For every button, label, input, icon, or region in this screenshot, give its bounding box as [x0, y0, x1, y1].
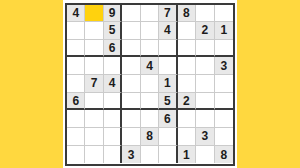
cell-r5c3[interactable]: 4	[104, 75, 122, 93]
cell-r1c8[interactable]	[196, 5, 214, 23]
cell-r6c9[interactable]	[215, 93, 233, 111]
cell-r5c1[interactable]	[67, 75, 85, 93]
cell-r9c2[interactable]	[85, 146, 103, 164]
cell-r5c8[interactable]	[196, 75, 214, 93]
cell-r3c2[interactable]	[85, 40, 103, 58]
cell-r7c5[interactable]	[141, 110, 159, 128]
cell-r6c4[interactable]	[122, 93, 140, 111]
cell-r9c6[interactable]	[159, 146, 177, 164]
cell-r1c4[interactable]	[122, 5, 140, 23]
cell-r1c6[interactable]: 7	[159, 5, 177, 23]
cell-r8c8[interactable]: 3	[196, 128, 214, 146]
cell-r2c8[interactable]: 2	[196, 22, 214, 40]
cell-r2c6[interactable]: 4	[159, 22, 177, 40]
cell-r9c4[interactable]: 3	[122, 146, 140, 164]
cell-r6c1[interactable]: 6	[67, 93, 85, 111]
cell-r9c7[interactable]: 1	[178, 146, 196, 164]
cell-r1c1[interactable]: 4	[67, 5, 85, 23]
cell-r2c9[interactable]: 1	[215, 22, 233, 40]
cell-r4c5[interactable]: 4	[141, 57, 159, 75]
cell-r6c5[interactable]	[141, 93, 159, 111]
cell-r6c7[interactable]: 2	[178, 93, 196, 111]
cell-r7c1[interactable]	[67, 110, 85, 128]
cell-r4c3[interactable]	[104, 57, 122, 75]
sudoku-board: 49785421643741652683318	[65, 3, 235, 166]
cell-r3c5[interactable]	[141, 40, 159, 58]
cell-r4c2[interactable]	[85, 57, 103, 75]
cell-r7c3[interactable]	[104, 110, 122, 128]
cell-r8c9[interactable]	[215, 128, 233, 146]
cell-r7c9[interactable]	[215, 110, 233, 128]
cell-r1c7[interactable]: 8	[178, 5, 196, 23]
cell-r7c8[interactable]	[196, 110, 214, 128]
cell-r6c2[interactable]	[85, 93, 103, 111]
cell-r6c8[interactable]	[196, 93, 214, 111]
app-background: 49785421643741652683318	[0, 0, 300, 168]
cell-r2c2[interactable]	[85, 22, 103, 40]
cell-r5c4[interactable]	[122, 75, 140, 93]
board-panel: 49785421643741652683318	[63, 0, 237, 168]
cell-r6c6[interactable]: 5	[159, 93, 177, 111]
cell-r2c3[interactable]: 5	[104, 22, 122, 40]
cell-r9c3[interactable]	[104, 146, 122, 164]
cell-r5c6[interactable]: 1	[159, 75, 177, 93]
cell-r8c6[interactable]	[159, 128, 177, 146]
cell-r4c8[interactable]	[196, 57, 214, 75]
cell-r1c5[interactable]	[141, 5, 159, 23]
cell-r9c5[interactable]	[141, 146, 159, 164]
cell-r2c1[interactable]	[67, 22, 85, 40]
cell-r1c3[interactable]: 9	[104, 5, 122, 23]
cell-r4c6[interactable]	[159, 57, 177, 75]
cell-r4c7[interactable]	[178, 57, 196, 75]
cell-r7c2[interactable]	[85, 110, 103, 128]
cell-r1c9[interactable]	[215, 5, 233, 23]
cell-r6c3[interactable]	[104, 93, 122, 111]
cell-r3c9[interactable]	[215, 40, 233, 58]
cell-r4c1[interactable]	[67, 57, 85, 75]
cell-r8c3[interactable]	[104, 128, 122, 146]
cell-r7c4[interactable]	[122, 110, 140, 128]
cell-r3c8[interactable]	[196, 40, 214, 58]
cell-r5c2[interactable]: 7	[85, 75, 103, 93]
cell-r3c4[interactable]	[122, 40, 140, 58]
cell-r4c4[interactable]	[122, 57, 140, 75]
cell-r1c2[interactable]	[85, 5, 103, 23]
cell-r5c9[interactable]	[215, 75, 233, 93]
cell-r2c7[interactable]	[178, 22, 196, 40]
cell-r5c5[interactable]	[141, 75, 159, 93]
cell-r8c4[interactable]	[122, 128, 140, 146]
cell-r4c9[interactable]: 3	[215, 57, 233, 75]
cell-r8c7[interactable]	[178, 128, 196, 146]
cell-r3c3[interactable]: 6	[104, 40, 122, 58]
cell-r9c8[interactable]	[196, 146, 214, 164]
cell-r7c7[interactable]	[178, 110, 196, 128]
cell-r2c5[interactable]	[141, 22, 159, 40]
cell-r3c6[interactable]	[159, 40, 177, 58]
cell-r3c1[interactable]	[67, 40, 85, 58]
cell-r8c5[interactable]: 8	[141, 128, 159, 146]
cell-r2c4[interactable]	[122, 22, 140, 40]
cell-r3c7[interactable]	[178, 40, 196, 58]
cell-r9c1[interactable]	[67, 146, 85, 164]
cell-r7c6[interactable]: 6	[159, 110, 177, 128]
cell-r8c2[interactable]	[85, 128, 103, 146]
cell-r5c7[interactable]	[178, 75, 196, 93]
cell-r8c1[interactable]	[67, 128, 85, 146]
cell-r9c9[interactable]: 8	[215, 146, 233, 164]
